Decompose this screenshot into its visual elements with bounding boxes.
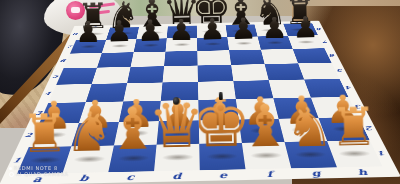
spike-finial [218, 91, 222, 100]
black-pawn-icon: ♟ [199, 15, 226, 45]
piece-black-pawn-d7[interactable]: ♟ [166, 16, 198, 44]
ball-finial [173, 97, 180, 105]
piece-black-pawn-g7[interactable]: ♟ [259, 14, 291, 42]
watermark-camera-logo-icon [9, 172, 14, 177]
piece-black-pawn-e7[interactable]: ♟ [197, 16, 229, 44]
piece-black-pawn-f7[interactable]: ♟ [228, 15, 260, 43]
piece-white-king-e1[interactable]: ♚ [198, 92, 243, 157]
black-pawn-icon: ♟ [137, 16, 164, 46]
white-knight-icon: ♞ [284, 99, 334, 154]
piece-black-pawn-a7[interactable]: ♟ [72, 18, 104, 46]
piece-black-pawn-b7[interactable]: ♟ [103, 18, 135, 46]
photo-scene: abcdefgh abcdefgh 87654321 87654321 ♜♞♝♛… [0, 0, 400, 184]
watermark-dot-icon [9, 167, 12, 170]
black-pawn-icon: ♟ [106, 16, 133, 46]
white-rook-icon: ♜ [20, 107, 68, 161]
piece-white-knight-g1[interactable]: ♞ [287, 102, 332, 155]
black-pawn-icon: ♟ [261, 13, 288, 43]
camera-watermark: REDMI NOTE 8 AI QUAD CAMERA [9, 165, 68, 177]
piece-black-pawn-c7[interactable]: ♟ [135, 17, 167, 45]
watermark-line2: AI QUAD CAMERA [16, 171, 68, 177]
piece-white-bishop-f1[interactable]: ♝ [242, 99, 287, 155]
piece-white-rook-a1[interactable]: ♜ [22, 110, 67, 161]
black-pawn-icon: ♟ [75, 17, 102, 47]
black-pawn-icon: ♟ [168, 15, 195, 45]
black-pawn-icon: ♟ [230, 14, 257, 44]
piece-white-knight-b1[interactable]: ♞ [66, 107, 111, 160]
